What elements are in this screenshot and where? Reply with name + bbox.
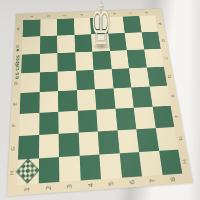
square-d3[interactable] [58, 71, 77, 91]
square-g4[interactable] [78, 132, 99, 156]
file-label-right-H: H [182, 159, 188, 163]
file-label-left-D: D [14, 81, 19, 85]
square-d4[interactable] [76, 70, 95, 90]
square-a8[interactable] [139, 15, 158, 32]
square-a1[interactable] [23, 20, 40, 37]
square-f4[interactable] [77, 110, 97, 133]
square-b2[interactable] [40, 36, 58, 54]
brand-text: US CHESS [14, 55, 20, 80]
playing-area [16, 9, 161, 14]
rank-label-bottom-4: 4 [88, 182, 95, 187]
square-e2[interactable] [39, 91, 58, 113]
file-label-right-A: A [158, 22, 162, 25]
square-a4[interactable] [73, 18, 91, 35]
square-g2[interactable] [39, 134, 59, 159]
square-h5[interactable] [99, 153, 121, 179]
square-f3[interactable] [58, 111, 78, 134]
file-label-left-A: A [17, 27, 21, 30]
rank-label-top-2: 2 [47, 15, 51, 17]
square-a2[interactable] [40, 19, 57, 36]
square-a3[interactable] [57, 18, 74, 35]
rank-label-top-6: 6 [112, 13, 116, 15]
file-label-left-E: E [13, 102, 18, 105]
file-label-right-E: E [171, 94, 176, 97]
square-h4[interactable] [79, 155, 101, 181]
square-f1[interactable] [19, 113, 39, 136]
square-e3[interactable] [58, 90, 77, 112]
file-label-right-G: G [178, 136, 183, 140]
rank-label-bottom-1: 1 [24, 187, 31, 192]
rank-label-bottom-6: 6 [129, 180, 136, 185]
file-label-left-B: B [16, 44, 20, 47]
square-b3[interactable] [57, 35, 75, 53]
rank-label-bottom-7: 7 [149, 178, 156, 183]
rank-label-top-8: 8 [145, 12, 149, 14]
rank-label-bottom-8: 8 [170, 177, 177, 182]
square-g1[interactable] [18, 135, 39, 160]
square-b8[interactable] [141, 32, 160, 50]
rank-label-top-7: 7 [128, 12, 132, 14]
square-d5[interactable] [94, 69, 114, 89]
square-h2[interactable] [38, 157, 59, 183]
square-e4[interactable] [76, 89, 96, 111]
rank-label-top-4: 4 [80, 14, 84, 16]
file-label-left-F: F [12, 124, 17, 127]
coordinate-labels: 1234567812345678ABCDEFGHABCDEFGH [16, 9, 161, 14]
rank-label-bottom-2: 2 [46, 185, 53, 190]
square-c6[interactable] [110, 50, 129, 69]
file-label-right-F: F [174, 115, 179, 118]
square-h8[interactable] [159, 150, 183, 175]
rank-label-bottom-3: 3 [67, 184, 74, 189]
file-label-left-C: C [15, 62, 20, 65]
square-b4[interactable] [74, 34, 92, 52]
square-h3[interactable] [59, 156, 80, 182]
white-king-glyph: ♚ [91, 0, 112, 53]
square-g5[interactable] [98, 130, 120, 154]
square-g8[interactable] [155, 127, 178, 151]
square-f5[interactable] [96, 109, 117, 132]
square-c8[interactable] [144, 49, 164, 68]
square-e1[interactable] [20, 92, 40, 114]
square-e6[interactable] [113, 87, 134, 108]
rank-label-top-1: 1 [30, 16, 34, 18]
rank-label-top-3: 3 [63, 14, 67, 16]
square-d6[interactable] [111, 68, 131, 88]
square-d1[interactable] [20, 72, 39, 93]
square-d2[interactable] [39, 72, 58, 92]
square-e8[interactable] [149, 86, 170, 107]
file-label-left-G: G [11, 146, 16, 150]
square-b1[interactable] [22, 36, 40, 54]
rank-label-bottom-5: 5 [108, 181, 115, 186]
square-f2[interactable] [39, 112, 59, 135]
file-label-right-D: D [167, 74, 172, 77]
square-e5[interactable] [95, 88, 115, 109]
square-c3[interactable] [57, 52, 75, 71]
board-photo: US CHESS 1234567812345678ABCDEFGHABCDEFG… [0, 0, 200, 200]
square-g3[interactable] [59, 133, 80, 157]
square-f6[interactable] [115, 108, 136, 131]
square-f8[interactable] [152, 106, 174, 128]
square-d8[interactable] [146, 67, 167, 87]
file-label-left-H: H [10, 170, 15, 175]
square-c2[interactable] [39, 53, 57, 72]
file-label-right-C: C [164, 56, 169, 59]
square-c1[interactable] [21, 54, 39, 73]
file-label-right-B: B [161, 39, 166, 42]
brand-mark-icon [16, 49, 19, 52]
